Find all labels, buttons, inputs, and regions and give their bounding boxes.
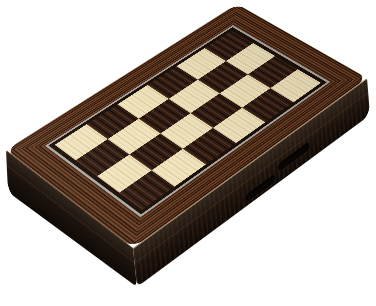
product-photo-stage [0,0,376,306]
